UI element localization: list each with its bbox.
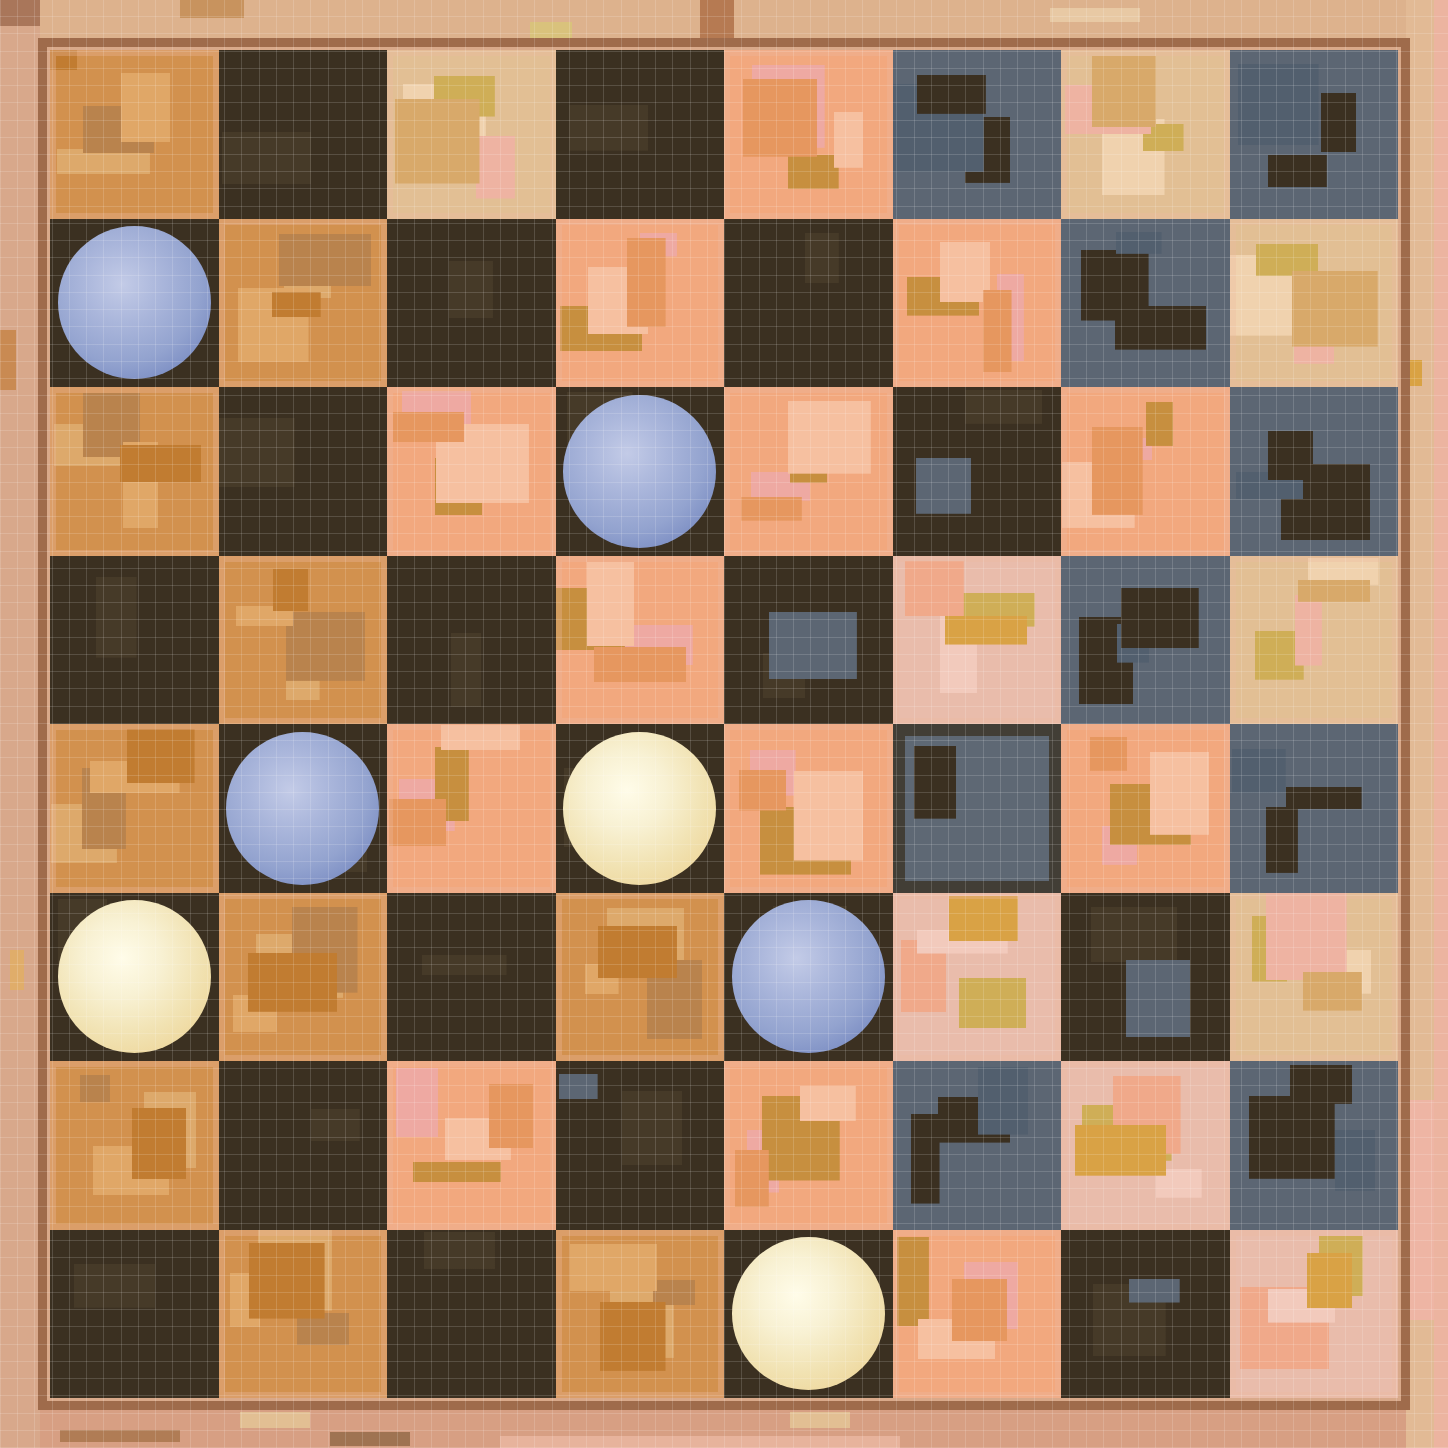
checker-piece-cream[interactable] (58, 900, 211, 1053)
board-square-r1c7[interactable] (1230, 219, 1399, 388)
board-square-r0c0[interactable] (50, 50, 219, 219)
board-square-r6c0[interactable] (50, 1061, 219, 1230)
board-square-r7c2[interactable] (387, 1230, 556, 1399)
board-square-r4c6[interactable] (1061, 724, 1230, 893)
board-square-r0c1[interactable] (219, 50, 388, 219)
board-square-r4c0[interactable] (50, 724, 219, 893)
board-square-r4c1[interactable] (219, 724, 388, 893)
board-square-r0c7[interactable] (1230, 50, 1399, 219)
board-square-r3c1[interactable] (219, 556, 388, 725)
board-square-r5c3[interactable] (556, 893, 725, 1062)
board-square-r1c1[interactable] (219, 219, 388, 388)
board-square-r5c2[interactable] (387, 893, 556, 1062)
board-square-r4c2[interactable] (387, 724, 556, 893)
board-square-r1c6[interactable] (1061, 219, 1230, 388)
board-square-r5c0[interactable] (50, 893, 219, 1062)
board-square-r1c3[interactable] (556, 219, 725, 388)
checkers-board (50, 50, 1398, 1398)
board-square-r3c7[interactable] (1230, 556, 1399, 725)
checker-piece-cream[interactable] (563, 732, 716, 885)
board-square-r6c4[interactable] (724, 1061, 893, 1230)
mosaic-scene (0, 0, 1448, 1448)
board-square-r6c2[interactable] (387, 1061, 556, 1230)
board-square-r0c4[interactable] (724, 50, 893, 219)
board-square-r0c3[interactable] (556, 50, 725, 219)
board-square-r2c1[interactable] (219, 387, 388, 556)
checker-piece-blue[interactable] (58, 226, 211, 379)
board-square-r4c4[interactable] (724, 724, 893, 893)
board-square-r6c5[interactable] (893, 1061, 1062, 1230)
checker-piece-cream[interactable] (732, 1237, 885, 1390)
frame-margin-top (0, 0, 1448, 40)
board-square-r3c5[interactable] (893, 556, 1062, 725)
board-square-r2c4[interactable] (724, 387, 893, 556)
board-square-r1c0[interactable] (50, 219, 219, 388)
board-square-r7c1[interactable] (219, 1230, 388, 1399)
board-square-r2c3[interactable] (556, 387, 725, 556)
frame-margin-bottom (0, 1406, 1448, 1448)
checker-piece-blue[interactable] (732, 900, 885, 1053)
board-square-r3c0[interactable] (50, 556, 219, 725)
board-square-r7c4[interactable] (724, 1230, 893, 1399)
board-square-r7c3[interactable] (556, 1230, 725, 1399)
board-square-r5c1[interactable] (219, 893, 388, 1062)
board-square-r5c4[interactable] (724, 893, 893, 1062)
board-square-r0c6[interactable] (1061, 50, 1230, 219)
board-square-r5c6[interactable] (1061, 893, 1230, 1062)
checker-piece-blue[interactable] (563, 395, 716, 548)
board-square-r1c5[interactable] (893, 219, 1062, 388)
board-square-r0c5[interactable] (893, 50, 1062, 219)
board-square-r2c7[interactable] (1230, 387, 1399, 556)
board-square-r7c7[interactable] (1230, 1230, 1399, 1399)
board-square-r7c6[interactable] (1061, 1230, 1230, 1399)
checker-piece-blue[interactable] (226, 732, 379, 885)
board-square-r2c0[interactable] (50, 387, 219, 556)
board-square-r3c6[interactable] (1061, 556, 1230, 725)
frame-margin-left (0, 0, 40, 1448)
board-square-r5c5[interactable] (893, 893, 1062, 1062)
board-square-r3c4[interactable] (724, 556, 893, 725)
board-square-r4c5[interactable] (893, 724, 1062, 893)
board-square-r6c1[interactable] (219, 1061, 388, 1230)
board-square-r2c5[interactable] (893, 387, 1062, 556)
board-square-r6c3[interactable] (556, 1061, 725, 1230)
board-square-r2c2[interactable] (387, 387, 556, 556)
board-square-r6c6[interactable] (1061, 1061, 1230, 1230)
board-square-r1c2[interactable] (387, 219, 556, 388)
board-square-r3c3[interactable] (556, 556, 725, 725)
board-square-r2c6[interactable] (1061, 387, 1230, 556)
board-square-r3c2[interactable] (387, 556, 556, 725)
board-square-r0c2[interactable] (387, 50, 556, 219)
board-square-r7c5[interactable] (893, 1230, 1062, 1399)
board-square-r6c7[interactable] (1230, 1061, 1399, 1230)
board-square-r1c4[interactable] (724, 219, 893, 388)
board-square-r5c7[interactable] (1230, 893, 1399, 1062)
board-square-r4c3[interactable] (556, 724, 725, 893)
board-square-r4c7[interactable] (1230, 724, 1399, 893)
frame-margin-right (1406, 0, 1448, 1448)
board-square-r7c0[interactable] (50, 1230, 219, 1399)
